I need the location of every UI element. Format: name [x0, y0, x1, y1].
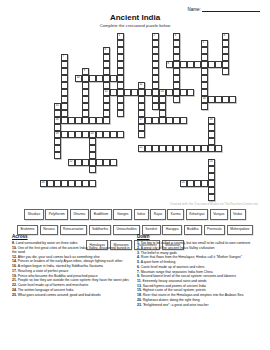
- crossword-cell[interactable]: [222, 61, 229, 68]
- crossword-cell[interactable]: [201, 89, 208, 96]
- crossword-cell[interactable]: 23: [208, 159, 215, 166]
- crossword-cell[interactable]: [75, 180, 82, 187]
- across-clues: Across 8. Land surrounded by water on th…: [12, 234, 133, 297]
- crossword-cell[interactable]: [103, 103, 110, 110]
- crossword-cell[interactable]: [208, 145, 215, 152]
- clue-number: 11: [139, 83, 142, 86]
- clue-number-label: 12.: [12, 255, 18, 259]
- crossword-cell[interactable]: 1: [117, 33, 124, 40]
- clue-number: 18: [209, 118, 212, 121]
- crossword-cell[interactable]: [110, 131, 117, 138]
- clue-number: 13: [160, 90, 163, 93]
- crossword-cell[interactable]: [61, 131, 68, 138]
- down-clue-item: 5. A quiet form of thinking: [137, 260, 263, 264]
- crossword-cell[interactable]: 14: [201, 96, 208, 103]
- crossword-cell[interactable]: [152, 82, 159, 89]
- crossword-cell[interactable]: 10: [75, 75, 82, 82]
- word-bank-item: Vaisyas: [210, 209, 228, 220]
- down-clue-item: 2. A great city of the ancient Indus Val…: [137, 246, 263, 250]
- crossword-cell[interactable]: [117, 103, 124, 110]
- crossword-cell[interactable]: [75, 131, 82, 138]
- crossword-cell[interactable]: [173, 54, 180, 61]
- page-title: Ancient India: [0, 13, 270, 22]
- crossword-cell[interactable]: [173, 40, 180, 47]
- crossword-cell[interactable]: [103, 110, 110, 117]
- crossword-cell[interactable]: [103, 68, 110, 75]
- across-clue-item: 16. A religion begun in India, started b…: [12, 264, 133, 268]
- crossword-cell[interactable]: [117, 110, 124, 117]
- crossword-cell[interactable]: [152, 89, 159, 96]
- crossword-cell[interactable]: [173, 47, 180, 54]
- clue-number: 9: [83, 69, 85, 72]
- crossword-cell[interactable]: 9: [82, 68, 89, 75]
- clue-number-label: 5.: [137, 260, 141, 264]
- crossword-cell[interactable]: 15: [54, 103, 61, 110]
- crossword-cell[interactable]: 18: [208, 117, 215, 124]
- clue-number-label: 3.: [137, 251, 141, 255]
- name-field[interactable]: [202, 6, 260, 12]
- crossword-cell[interactable]: 3: [173, 33, 180, 40]
- clue-number: 2: [153, 34, 155, 37]
- crossword-cell[interactable]: [61, 61, 68, 68]
- clue-number-label: 6.: [137, 265, 141, 269]
- crossword-cell[interactable]: [152, 61, 159, 68]
- crossword-cell[interactable]: [89, 152, 96, 159]
- clue-number-label: 15.: [137, 288, 143, 292]
- clue-number: 19: [55, 132, 58, 135]
- crossword-cell[interactable]: 20: [89, 131, 96, 138]
- crossword-cell[interactable]: [103, 159, 110, 166]
- crossword-cell[interactable]: [201, 103, 208, 110]
- word-bank-item: Vedas: [230, 209, 246, 220]
- crossword-cell[interactable]: 17: [138, 117, 145, 124]
- crossword-cell[interactable]: [54, 145, 61, 152]
- crossword-cell[interactable]: [103, 82, 110, 89]
- clue-number: 25: [181, 181, 184, 184]
- crossword-cell[interactable]: [61, 110, 68, 117]
- clue-number: 21: [139, 146, 142, 149]
- crossword-cell[interactable]: 12: [103, 89, 110, 96]
- crossword-cell[interactable]: [173, 89, 180, 96]
- crossword-cell[interactable]: [89, 145, 96, 152]
- crossword-cell[interactable]: [82, 117, 89, 124]
- clue-number-label: 9.: [137, 274, 141, 278]
- crossword-cell[interactable]: [201, 68, 208, 75]
- clue-number-label: 16.: [12, 264, 18, 268]
- across-heading: Across: [12, 234, 133, 240]
- crossword-cell[interactable]: [89, 138, 96, 145]
- crossword-grid: 1234567891011121314151617181920212223242…: [26, 33, 243, 201]
- crossword-cell[interactable]: [117, 68, 124, 75]
- crossword-cell[interactable]: [145, 145, 152, 152]
- clue-number: 8: [167, 62, 169, 65]
- crossword-cell[interactable]: [138, 124, 145, 131]
- page-subtitle: Complete the crossword puzzle below: [0, 23, 270, 28]
- crossword-cell[interactable]: 4: [222, 33, 229, 40]
- crossword-cell[interactable]: [54, 152, 61, 159]
- crossword-cell[interactable]: [54, 180, 61, 187]
- down-clue-item: 9. Second lowest level of the social sys…: [137, 274, 263, 278]
- crossword-cell[interactable]: [173, 96, 180, 103]
- crossword-cell[interactable]: [117, 47, 124, 54]
- clue-number-label: 20.: [137, 298, 143, 302]
- crossword-cell[interactable]: [124, 89, 131, 96]
- word-bank-item: Buddhism: [90, 209, 112, 220]
- clue-number-label: 13.: [137, 284, 143, 288]
- clue-number: 17: [139, 118, 142, 121]
- crossword-cell[interactable]: [96, 75, 103, 82]
- crossword-cell[interactable]: [110, 89, 117, 96]
- crossword-cell[interactable]: 24: [40, 180, 47, 187]
- worksheet-page: Name: Ancient India Complete the crosswo…: [0, 0, 270, 350]
- word-bank-item: Indus: [134, 209, 149, 220]
- clue-number-label: 14.: [12, 259, 18, 263]
- crossword-cell[interactable]: [89, 180, 96, 187]
- crossword-cell[interactable]: 16: [54, 117, 61, 124]
- clue-number-label: 2.: [137, 246, 141, 250]
- crossword-cell[interactable]: [173, 68, 180, 75]
- crossword-cell[interactable]: [61, 68, 68, 75]
- crossword-cell[interactable]: [89, 117, 96, 124]
- crossword-cell[interactable]: [194, 145, 201, 152]
- crossword-cell[interactable]: [173, 145, 180, 152]
- clue-number: 20: [90, 132, 93, 135]
- name-label: Name:: [187, 7, 200, 12]
- crossword-cell[interactable]: 7: [61, 54, 68, 61]
- crossword-cell[interactable]: [89, 75, 96, 82]
- crossword-cell[interactable]: [103, 75, 110, 82]
- down-clue-item: 13. Sacred hymns and poems of ancient In…: [137, 284, 263, 288]
- crossword-cell[interactable]: [103, 117, 110, 124]
- down-clue-item: 11. Extremely heavy seasonal rains and w…: [137, 279, 263, 283]
- crossword-cell[interactable]: [159, 110, 166, 117]
- crossword-cell[interactable]: [152, 54, 159, 61]
- down-clue-item: 6. Caste level made up of warriors and r…: [137, 265, 263, 269]
- across-clue-item: 24. The written language of ancient Indi…: [12, 288, 133, 292]
- crossword-cell[interactable]: [208, 61, 215, 68]
- crossword-cell[interactable]: [152, 68, 159, 75]
- crossword-cell[interactable]: [215, 145, 222, 152]
- across-clue-item: 17. Reaching a state of perfect peace: [12, 269, 133, 273]
- down-clue-item: 4. River that flows from the Himalayas; …: [137, 255, 263, 259]
- crossword-cell[interactable]: [117, 40, 124, 47]
- clue-number: 12: [104, 90, 107, 93]
- clue-number-label: 18.: [137, 293, 143, 297]
- crossword-cell[interactable]: [208, 187, 215, 194]
- crossword-cell[interactable]: [222, 47, 229, 54]
- clue-number-label: 11.: [137, 279, 142, 283]
- crossword-cell[interactable]: [82, 180, 89, 187]
- crossword-cell[interactable]: [222, 68, 229, 75]
- crossword-cell[interactable]: [222, 54, 229, 61]
- crossword-cell[interactable]: [208, 138, 215, 145]
- crossword-cell[interactable]: [201, 180, 208, 187]
- crossword-cell[interactable]: [152, 47, 159, 54]
- crossword-cell[interactable]: [222, 96, 229, 103]
- crossword-cell[interactable]: [201, 145, 208, 152]
- down-clue-item: 1. Too big to be called a country, but t…: [137, 241, 263, 245]
- crossword-cell[interactable]: [208, 194, 215, 201]
- crossword-cell[interactable]: 8: [166, 61, 173, 68]
- across-clue-item: 25. What goes around comes around; good …: [12, 293, 133, 297]
- crossword-cell[interactable]: [138, 96, 145, 103]
- crossword-cell[interactable]: [187, 180, 194, 187]
- crossword-cell[interactable]: [61, 117, 68, 124]
- crossword-cell[interactable]: [173, 75, 180, 82]
- crossword-cell[interactable]: [117, 131, 124, 138]
- down-heading: Down: [137, 234, 263, 240]
- word-bank-item: Ganges: [113, 209, 132, 220]
- crossword-cell[interactable]: [138, 110, 145, 117]
- crossword-cell[interactable]: [187, 89, 194, 96]
- crossword-cell[interactable]: [61, 180, 68, 187]
- down-clue-item: 3. The belief in many gods: [137, 251, 263, 255]
- crossword-cell[interactable]: [145, 89, 152, 96]
- clue-number-label: 19.: [12, 274, 18, 278]
- crossword-cell[interactable]: [208, 96, 215, 103]
- crossword-cell[interactable]: [68, 180, 75, 187]
- across-clue-list: 8. Land surrounded by water on three sid…: [12, 241, 133, 297]
- crossword-cell[interactable]: [180, 89, 187, 96]
- crossword-cell[interactable]: [159, 96, 166, 103]
- crossword-cell[interactable]: [89, 159, 96, 166]
- word-bank-row: ShudrasPolytheismDharmaBuddhismGangesInd…: [5, 206, 265, 220]
- crossword-cell[interactable]: [173, 117, 180, 124]
- crossword-cell[interactable]: [117, 61, 124, 68]
- crossword-cell[interactable]: [96, 131, 103, 138]
- crossword-cell[interactable]: [208, 180, 215, 187]
- crossword-cell[interactable]: [201, 54, 208, 61]
- word-bank-item: Shudras: [24, 209, 43, 220]
- across-clue-item: 10. One of the first great cities of the…: [12, 246, 133, 254]
- word-bank-item: Kshatriyas: [186, 209, 208, 220]
- crossword-cell[interactable]: [54, 110, 61, 117]
- clue-number-label: 24.: [12, 288, 18, 292]
- clue-number: 24: [41, 181, 44, 184]
- across-clue-item: 22. Caste level made up of farmers and m…: [12, 283, 133, 287]
- crossword-cell[interactable]: [194, 61, 201, 68]
- crossword-cell[interactable]: 5: [201, 40, 208, 47]
- crossword-cell[interactable]: [68, 117, 75, 124]
- across-clue-item: 8. Land surrounded by water on three sid…: [12, 241, 133, 245]
- crossword-cell[interactable]: [117, 82, 124, 89]
- word-bank-item: Rajas: [150, 209, 165, 220]
- crossword-cell[interactable]: [166, 117, 173, 124]
- clue-number: 23: [209, 160, 212, 163]
- down-clue-item: 23. "Enlightened one"; a great and wise …: [137, 303, 263, 307]
- clue-number-label: 10.: [12, 246, 18, 250]
- crossword-cell[interactable]: [208, 124, 215, 131]
- crossword-cell[interactable]: [166, 89, 173, 96]
- clue-number: 16: [55, 118, 58, 121]
- crossword-cell[interactable]: [152, 117, 159, 124]
- crossword-cell[interactable]: [82, 89, 89, 96]
- crossword-cell[interactable]: [82, 75, 89, 82]
- crossword-cell[interactable]: 6: [103, 47, 110, 54]
- crossword-cell[interactable]: [61, 82, 68, 89]
- crossword-cell[interactable]: [82, 110, 89, 117]
- crossword-cell[interactable]: [131, 89, 138, 96]
- crossword-cell[interactable]: [117, 96, 124, 103]
- crossword-cell[interactable]: [82, 159, 89, 166]
- word-bank-item: Polytheism: [45, 209, 68, 220]
- crossword-cell[interactable]: [180, 145, 187, 152]
- down-clue-item: 18. River that starts in the Himalayas a…: [137, 293, 263, 297]
- crossword-cell[interactable]: [215, 61, 222, 68]
- word-bank-item: Dharma: [70, 209, 89, 220]
- crossword-cell[interactable]: [110, 159, 117, 166]
- crossword-cell[interactable]: [229, 96, 236, 103]
- crossword-cell[interactable]: [82, 82, 89, 89]
- crossword-cell[interactable]: [138, 103, 145, 110]
- crossword-cell[interactable]: [201, 82, 208, 89]
- crossword-cell[interactable]: [82, 103, 89, 110]
- crossword-cell[interactable]: [201, 75, 208, 82]
- clue-number-label: 22.: [12, 283, 18, 287]
- crossword-cell[interactable]: 21: [138, 145, 145, 152]
- crossword-cell[interactable]: [152, 103, 159, 110]
- crossword-cell[interactable]: [187, 61, 194, 68]
- word-bank-item: Karma: [167, 209, 184, 220]
- down-clue-item: 15. Highest caste of the social system; …: [137, 288, 263, 292]
- crossword-cell[interactable]: [166, 145, 173, 152]
- crossword-cell[interactable]: 13: [159, 89, 166, 96]
- crossword-cell[interactable]: [61, 75, 68, 82]
- crossword-cell[interactable]: [152, 40, 159, 47]
- clue-number: 5: [202, 41, 204, 44]
- crossword-cell[interactable]: [110, 75, 117, 82]
- clue-number: 7: [62, 55, 64, 58]
- down-clues: Down 1. Too big to be called a country, …: [137, 234, 263, 307]
- across-clue-item: 21. People so low they are outside the c…: [12, 278, 133, 282]
- crossword-cell[interactable]: [187, 145, 194, 152]
- clue-number: 1: [118, 34, 120, 37]
- clue-number-label: 1.: [137, 241, 141, 245]
- clue-number-label: 7.: [137, 270, 141, 274]
- crossword-cell[interactable]: [215, 96, 222, 103]
- crossword-cell[interactable]: [47, 180, 54, 187]
- crossword-cell[interactable]: [201, 61, 208, 68]
- crossword-cell[interactable]: [138, 131, 145, 138]
- crossword-cell[interactable]: [201, 47, 208, 54]
- across-clue-item: 12. After you die, your soul comes back …: [12, 255, 133, 259]
- crossword-cell[interactable]: [96, 117, 103, 124]
- crossword-cell[interactable]: 11: [138, 82, 145, 89]
- clue-number: 22: [69, 160, 72, 163]
- crossword-cell[interactable]: [152, 96, 159, 103]
- crossword-cell[interactable]: [159, 103, 166, 110]
- crossword-cell[interactable]: [145, 117, 152, 124]
- crossword-cell[interactable]: [173, 82, 180, 89]
- crossword-cell[interactable]: [117, 89, 124, 96]
- crossword-cell[interactable]: [61, 96, 68, 103]
- clue-number-label: 23.: [137, 303, 143, 307]
- down-clue-item: 20. Righteous duties; doing the right th…: [137, 298, 263, 302]
- clue-number-label: 8.: [12, 241, 16, 245]
- across-clue-item: 19. Prince who became the Buddha and pre…: [12, 274, 133, 278]
- crossword-cell[interactable]: [208, 131, 215, 138]
- crossword-cell[interactable]: [173, 61, 180, 68]
- crossword-cell[interactable]: [152, 75, 159, 82]
- clue-number: 4: [223, 34, 225, 37]
- crossword-cell[interactable]: [180, 61, 187, 68]
- clue-number-label: 17.: [12, 269, 18, 273]
- clue-number-label: 4.: [137, 255, 141, 259]
- crossword-cell[interactable]: [159, 117, 166, 124]
- name-row: Name:: [187, 6, 260, 12]
- crossword-cell[interactable]: [117, 75, 124, 82]
- crossword-cell[interactable]: [208, 173, 215, 180]
- crossword-cell[interactable]: [82, 131, 89, 138]
- clue-number: 14: [202, 97, 205, 100]
- crossword-cell[interactable]: [117, 54, 124, 61]
- down-clue-item: 7. Mountain range that separates India f…: [137, 270, 263, 274]
- crossword-cell[interactable]: [138, 89, 145, 96]
- crossword-cell[interactable]: 22: [68, 159, 75, 166]
- clue-number: 3: [174, 34, 176, 37]
- across-clue-item: 14. Princes or leaders of the early Arya…: [12, 259, 133, 263]
- clue-number: 10: [76, 76, 79, 79]
- crossword-cell[interactable]: [159, 145, 166, 152]
- crossword-cell[interactable]: [103, 131, 110, 138]
- crossword-cell[interactable]: [61, 103, 68, 110]
- crossword-cell[interactable]: [54, 124, 61, 131]
- crossword-cell[interactable]: [96, 159, 103, 166]
- clue-number: 15: [55, 104, 58, 107]
- down-clue-list: 1. Too big to be called a country, but t…: [137, 241, 263, 307]
- crossword-cell[interactable]: [152, 145, 159, 152]
- crossword-cell[interactable]: [194, 180, 201, 187]
- crossword-cell[interactable]: [68, 131, 75, 138]
- clue-number-label: 21.: [12, 278, 18, 282]
- crossword-cell[interactable]: [75, 117, 82, 124]
- crossword-cell[interactable]: 19: [54, 131, 61, 138]
- crossword-cell[interactable]: [54, 138, 61, 145]
- crossword-cell[interactable]: [103, 54, 110, 61]
- crossword-cell[interactable]: [222, 40, 229, 47]
- crossword-cell[interactable]: [89, 166, 96, 173]
- crossword-cell[interactable]: [180, 117, 187, 124]
- crossword-cell[interactable]: [103, 96, 110, 103]
- crossword-cell[interactable]: [61, 89, 68, 96]
- clue-number: 6: [104, 48, 106, 51]
- crossword-cell[interactable]: 25: [180, 180, 187, 187]
- crossword-cell[interactable]: [82, 96, 89, 103]
- crossword-cell[interactable]: [103, 61, 110, 68]
- crossword-cell[interactable]: 2: [152, 33, 159, 40]
- crossword-cell[interactable]: [75, 159, 82, 166]
- crossword-cell[interactable]: [208, 166, 215, 173]
- clue-number-label: 25.: [12, 293, 18, 297]
